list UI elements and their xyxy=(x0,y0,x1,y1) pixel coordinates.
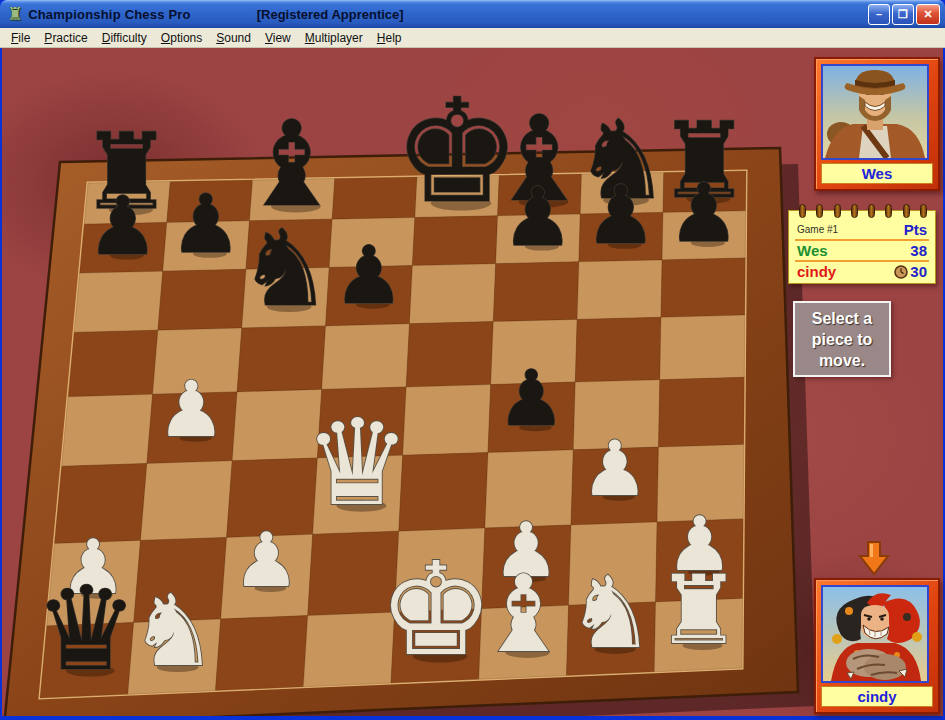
spiral-ring xyxy=(903,204,910,218)
player-name-wes: Wes xyxy=(821,163,933,184)
piece-white-knight-g1[interactable]: ♞ xyxy=(567,555,656,670)
square-d5[interactable] xyxy=(322,324,410,390)
application-window: ♜ Championship Chess Pro [Registered App… xyxy=(0,0,945,720)
square-f6[interactable] xyxy=(493,262,579,322)
square-h5[interactable] xyxy=(660,315,745,380)
menu-bar: FilePracticeDifficultyOptionsSoundViewMu… xyxy=(0,28,945,48)
menu-multiplayer[interactable]: Multiplayer xyxy=(298,29,370,47)
square-a6[interactable] xyxy=(74,271,163,332)
square-a4[interactable] xyxy=(62,394,153,466)
game-number-label: Game #1 xyxy=(797,224,838,235)
piece-white-pawn-b4[interactable]: ♟ xyxy=(157,365,226,454)
piece-black-pawn-g7[interactable]: ♟ xyxy=(585,168,658,262)
piece-white-rook-h1[interactable]: ♜ xyxy=(656,555,741,665)
square-c1[interactable] xyxy=(216,616,308,691)
chess-board[interactable]: ♜♝♚♝♞♜♟♟♟♟♟♞♟♟♟♛♟♟♟♟♟♛♞♚♝♞♜ xyxy=(2,48,943,716)
registration-status: [Registered Apprentice] xyxy=(257,7,404,22)
piece-black-knight-c6[interactable]: ♞ xyxy=(238,207,333,330)
scorepad-rings xyxy=(799,204,927,218)
status-message-line: piece to xyxy=(795,329,889,350)
square-e4[interactable] xyxy=(403,385,491,456)
points-header: Pts xyxy=(904,221,927,238)
status-message-line: Select a xyxy=(795,308,889,329)
spiral-ring xyxy=(868,204,875,218)
piece-black-pawn-b7[interactable]: ♟ xyxy=(170,177,243,271)
window-title: Championship Chess Pro xyxy=(28,7,191,22)
status-message: Select a piece to move. xyxy=(793,301,891,377)
game-area: ♜♝♚♝♞♜♟♟♟♟♟♞♟♟♟♛♟♟♟♟♟♛♞♚♝♞♜ xyxy=(0,48,945,720)
piece-black-pawn-a7[interactable]: ♟ xyxy=(86,179,159,273)
score-row-wes-name: Wes xyxy=(797,242,828,259)
menu-practice[interactable]: Practice xyxy=(37,29,94,47)
square-c5[interactable] xyxy=(237,326,326,392)
close-button[interactable]: ✕ xyxy=(916,4,940,25)
piece-white-knight-b1[interactable]: ♞ xyxy=(129,573,218,688)
square-h4[interactable] xyxy=(659,377,745,447)
square-g5[interactable] xyxy=(575,317,661,382)
square-h6[interactable] xyxy=(661,258,745,317)
score-pad: Game #1 Pts Wes 38 cindy 30 xyxy=(788,210,936,284)
menu-view[interactable]: View xyxy=(258,29,298,47)
piece-black-pawn-f7[interactable]: ♟ xyxy=(502,170,575,264)
piece-white-pawn-c2[interactable]: ♟ xyxy=(233,516,300,604)
square-e5[interactable] xyxy=(406,322,493,387)
menu-file[interactable]: File xyxy=(4,29,37,47)
menu-difficulty[interactable]: Difficulty xyxy=(95,29,154,47)
clock-icon xyxy=(894,265,908,279)
spiral-ring xyxy=(799,204,806,218)
minimize-button[interactable]: – xyxy=(868,4,890,25)
score-row-wes-points: 38 xyxy=(910,242,927,259)
spiral-ring xyxy=(834,204,841,218)
square-g6[interactable] xyxy=(577,260,662,320)
square-b3[interactable] xyxy=(141,461,233,541)
player-name-cindy: cindy xyxy=(821,686,933,707)
menu-help[interactable]: Help xyxy=(370,29,409,47)
rook-icon: ♜ xyxy=(7,5,23,23)
square-e3[interactable] xyxy=(399,453,488,532)
piece-white-pawn-g3[interactable]: ♟ xyxy=(581,424,649,513)
piece-white-queen-d3[interactable]: ♛ xyxy=(304,394,411,532)
maximize-button[interactable]: ❐ xyxy=(892,4,914,25)
piece-black-queen-a1[interactable]: ♛ xyxy=(34,561,138,696)
square-b6[interactable] xyxy=(158,269,246,330)
piece-black-pawn-f4[interactable]: ♟ xyxy=(497,354,566,443)
spiral-ring xyxy=(816,204,823,218)
score-row-cindy-name: cindy xyxy=(797,263,836,280)
player-card-wes: Wes xyxy=(814,57,940,191)
spiral-ring xyxy=(920,204,927,218)
square-a5[interactable] xyxy=(68,330,158,397)
turn-indicator-arrow xyxy=(858,540,890,576)
piece-black-pawn-d6[interactable]: ♟ xyxy=(333,229,405,322)
piece-black-pawn-h7[interactable]: ♟ xyxy=(668,166,741,260)
menu-options[interactable]: Options xyxy=(154,29,209,47)
spiral-ring xyxy=(851,204,858,218)
square-e6[interactable] xyxy=(410,264,496,324)
score-row-cindy-points: 30 xyxy=(910,263,927,280)
player-card-cindy: cindy xyxy=(814,578,940,714)
spiral-ring xyxy=(885,204,892,218)
status-message-line: move. xyxy=(795,350,889,371)
title-bar: ♜ Championship Chess Pro [Registered App… xyxy=(0,0,945,28)
menu-sound[interactable]: Sound xyxy=(209,29,258,47)
wes-avatar-image xyxy=(821,64,929,160)
piece-white-bishop-f1[interactable]: ♝ xyxy=(476,553,571,676)
cindy-avatar-image xyxy=(821,585,929,683)
